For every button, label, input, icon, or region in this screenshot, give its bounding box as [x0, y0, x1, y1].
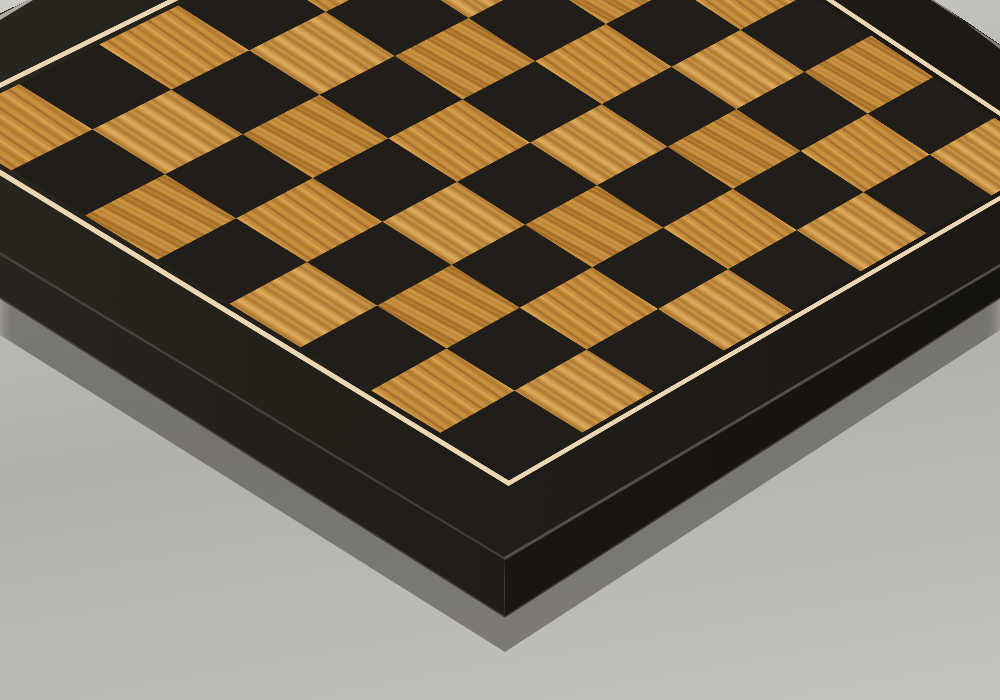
- chessboard: [0, 0, 1000, 558]
- photo-scene: [0, 0, 1000, 700]
